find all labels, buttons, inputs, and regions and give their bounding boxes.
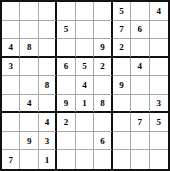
cell-r1c7[interactable]: 5 [113, 2, 131, 21]
cell-r9c8[interactable] [131, 150, 149, 169]
sudoku-board: 5457648923652484949183427593671 [0, 0, 170, 171]
cell-r5c9[interactable] [150, 76, 168, 95]
cell-r6c5[interactable]: 1 [76, 95, 94, 114]
cell-r7c6[interactable] [94, 113, 112, 132]
cell-r7c8[interactable]: 7 [131, 113, 149, 132]
cell-r4c2[interactable] [20, 58, 38, 77]
cell-r4c8[interactable]: 4 [131, 58, 149, 77]
cell-r7c5[interactable] [76, 113, 94, 132]
cell-r7c7[interactable] [113, 113, 131, 132]
cell-r2c8[interactable]: 6 [131, 21, 149, 40]
cell-r2c9[interactable] [150, 21, 168, 40]
cell-r8c9[interactable] [150, 132, 168, 151]
cell-r1c6[interactable] [94, 2, 112, 21]
cell-r6c7[interactable] [113, 95, 131, 114]
cell-r8c3[interactable]: 3 [39, 132, 57, 151]
cell-r2c6[interactable] [94, 21, 112, 40]
cell-r9c3[interactable]: 1 [39, 150, 57, 169]
cell-r9c4[interactable] [57, 150, 75, 169]
cell-r4c3[interactable] [39, 58, 57, 77]
cell-r3c5[interactable] [76, 39, 94, 58]
cell-r2c2[interactable] [20, 21, 38, 40]
cell-r2c1[interactable] [2, 21, 20, 40]
cell-r6c2[interactable]: 4 [20, 95, 38, 114]
cell-r5c1[interactable] [2, 76, 20, 95]
cell-r4c6[interactable]: 2 [94, 58, 112, 77]
cell-r6c4[interactable]: 9 [57, 95, 75, 114]
cell-r4c5[interactable]: 5 [76, 58, 94, 77]
cell-r8c7[interactable] [113, 132, 131, 151]
cell-r5c5[interactable]: 4 [76, 76, 94, 95]
cell-r5c7[interactable]: 9 [113, 76, 131, 95]
cell-r8c4[interactable] [57, 132, 75, 151]
cell-r5c8[interactable] [131, 76, 149, 95]
cell-r7c4[interactable]: 2 [57, 113, 75, 132]
cell-r6c8[interactable] [131, 95, 149, 114]
cell-r9c6[interactable] [94, 150, 112, 169]
cell-r3c1[interactable]: 4 [2, 39, 20, 58]
cell-r8c2[interactable]: 9 [20, 132, 38, 151]
cell-r5c6[interactable] [94, 76, 112, 95]
cell-r8c8[interactable] [131, 132, 149, 151]
cell-r8c1[interactable] [2, 132, 20, 151]
cell-r5c2[interactable] [20, 76, 38, 95]
cell-r6c1[interactable] [2, 95, 20, 114]
cell-r5c3[interactable]: 8 [39, 76, 57, 95]
cell-r2c5[interactable] [76, 21, 94, 40]
cell-r2c7[interactable]: 7 [113, 21, 131, 40]
cell-r1c5[interactable] [76, 2, 94, 21]
cell-r3c8[interactable] [131, 39, 149, 58]
cell-r3c7[interactable]: 2 [113, 39, 131, 58]
cell-r9c1[interactable]: 7 [2, 150, 20, 169]
cell-r4c7[interactable] [113, 58, 131, 77]
cell-r7c9[interactable]: 5 [150, 113, 168, 132]
cell-r6c9[interactable]: 3 [150, 95, 168, 114]
cell-r3c6[interactable]: 9 [94, 39, 112, 58]
cell-r4c1[interactable]: 3 [2, 58, 20, 77]
cell-r9c7[interactable] [113, 150, 131, 169]
cell-r1c8[interactable] [131, 2, 149, 21]
cell-r3c2[interactable]: 8 [20, 39, 38, 58]
cell-r3c4[interactable] [57, 39, 75, 58]
cell-r2c3[interactable] [39, 21, 57, 40]
cell-r8c6[interactable]: 6 [94, 132, 112, 151]
cell-r6c6[interactable]: 8 [94, 95, 112, 114]
cell-r1c4[interactable] [57, 2, 75, 21]
cell-r1c2[interactable] [20, 2, 38, 21]
cell-r4c9[interactable] [150, 58, 168, 77]
cell-r7c2[interactable] [20, 113, 38, 132]
cell-r7c1[interactable] [2, 113, 20, 132]
cell-r9c5[interactable] [76, 150, 94, 169]
cell-r4c4[interactable]: 6 [57, 58, 75, 77]
cell-r3c3[interactable] [39, 39, 57, 58]
cell-r9c9[interactable] [150, 150, 168, 169]
cell-r1c1[interactable] [2, 2, 20, 21]
cell-r2c4[interactable]: 5 [57, 21, 75, 40]
cell-r3c9[interactable] [150, 39, 168, 58]
cell-r7c3[interactable]: 4 [39, 113, 57, 132]
cell-r8c5[interactable] [76, 132, 94, 151]
cell-r6c3[interactable] [39, 95, 57, 114]
cell-r5c4[interactable] [57, 76, 75, 95]
cell-r9c2[interactable] [20, 150, 38, 169]
cell-r1c3[interactable] [39, 2, 57, 21]
cell-r1c9[interactable]: 4 [150, 2, 168, 21]
